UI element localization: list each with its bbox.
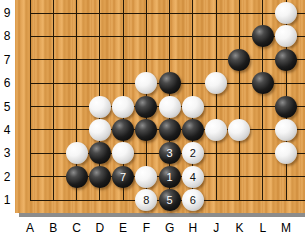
row-label-1: 1 — [0, 193, 14, 207]
column-label-D: D — [92, 221, 108, 235]
stone-black-G6[interactable] — [159, 72, 181, 94]
stone-white-H3[interactable]: 2 — [182, 142, 204, 164]
stone-white-H1[interactable]: 6 — [182, 189, 204, 211]
stone-black-C2[interactable] — [66, 166, 88, 188]
stone-white-M9[interactable] — [275, 2, 297, 24]
move-number-label: 7 — [120, 171, 126, 183]
grid-line-row-7 — [30, 59, 306, 60]
grid-line-col-B — [53, 0, 54, 201]
column-label-M: M — [278, 221, 294, 235]
column-label-A: A — [22, 221, 38, 235]
stone-white-D5[interactable] — [89, 96, 111, 118]
row-label-8: 8 — [0, 29, 14, 43]
column-label-J: J — [208, 221, 224, 235]
stone-black-H4[interactable] — [182, 119, 204, 141]
stone-black-M5[interactable] — [275, 96, 297, 118]
row-label-2: 2 — [0, 170, 14, 184]
column-label-E: E — [115, 221, 131, 235]
stone-black-L8[interactable] — [252, 25, 274, 47]
stone-black-D3[interactable] — [89, 142, 111, 164]
stone-black-E4[interactable] — [112, 119, 134, 141]
column-label-F: F — [138, 221, 154, 235]
stone-black-G2[interactable]: 1 — [159, 166, 181, 188]
stone-black-G4[interactable] — [159, 119, 181, 141]
move-number-label: 1 — [167, 171, 173, 183]
column-label-L: L — [255, 221, 271, 235]
stone-white-E5[interactable] — [112, 96, 134, 118]
stone-white-D4[interactable] — [89, 119, 111, 141]
column-label-G: G — [162, 221, 178, 235]
stone-black-M7[interactable] — [275, 49, 297, 71]
move-number-label: 4 — [190, 171, 196, 183]
grid-line-col-J — [216, 0, 217, 201]
row-label-9: 9 — [0, 6, 14, 20]
move-number-label: 6 — [190, 194, 196, 206]
column-label-H: H — [185, 221, 201, 235]
row-label-7: 7 — [0, 53, 14, 67]
stone-black-F5[interactable] — [135, 96, 157, 118]
stone-white-M4[interactable] — [275, 119, 297, 141]
stone-black-D2[interactable] — [89, 166, 111, 188]
row-label-4: 4 — [0, 123, 14, 137]
column-label-C: C — [69, 221, 85, 235]
stone-black-L6[interactable] — [252, 72, 274, 94]
stone-black-E2[interactable]: 7 — [112, 166, 134, 188]
stone-white-C3[interactable] — [66, 142, 88, 164]
row-label-3: 3 — [0, 146, 14, 160]
column-label-K: K — [231, 221, 247, 235]
stone-white-H5[interactable] — [182, 96, 204, 118]
column-label-B: B — [45, 221, 61, 235]
board-shadow — [19, 213, 305, 217]
stone-white-J4[interactable] — [205, 119, 227, 141]
grid-line-row-9 — [30, 13, 306, 14]
move-number-label: 3 — [167, 147, 173, 159]
stone-black-G1[interactable]: 5 — [159, 189, 181, 211]
go-diagram: 32714856 987654321 ABCDEFGHJKLM — [0, 0, 305, 236]
grid-line-col-K — [239, 0, 240, 201]
grid-line-col-A — [30, 0, 31, 201]
row-label-6: 6 — [0, 76, 14, 90]
stone-white-H2[interactable]: 4 — [182, 166, 204, 188]
move-number-label: 5 — [167, 194, 173, 206]
stone-white-F2[interactable] — [135, 166, 157, 188]
move-number-label: 8 — [143, 194, 149, 206]
stone-black-G3[interactable]: 3 — [159, 142, 181, 164]
stone-white-G5[interactable] — [159, 96, 181, 118]
row-label-5: 5 — [0, 100, 14, 114]
move-number-label: 2 — [190, 147, 196, 159]
